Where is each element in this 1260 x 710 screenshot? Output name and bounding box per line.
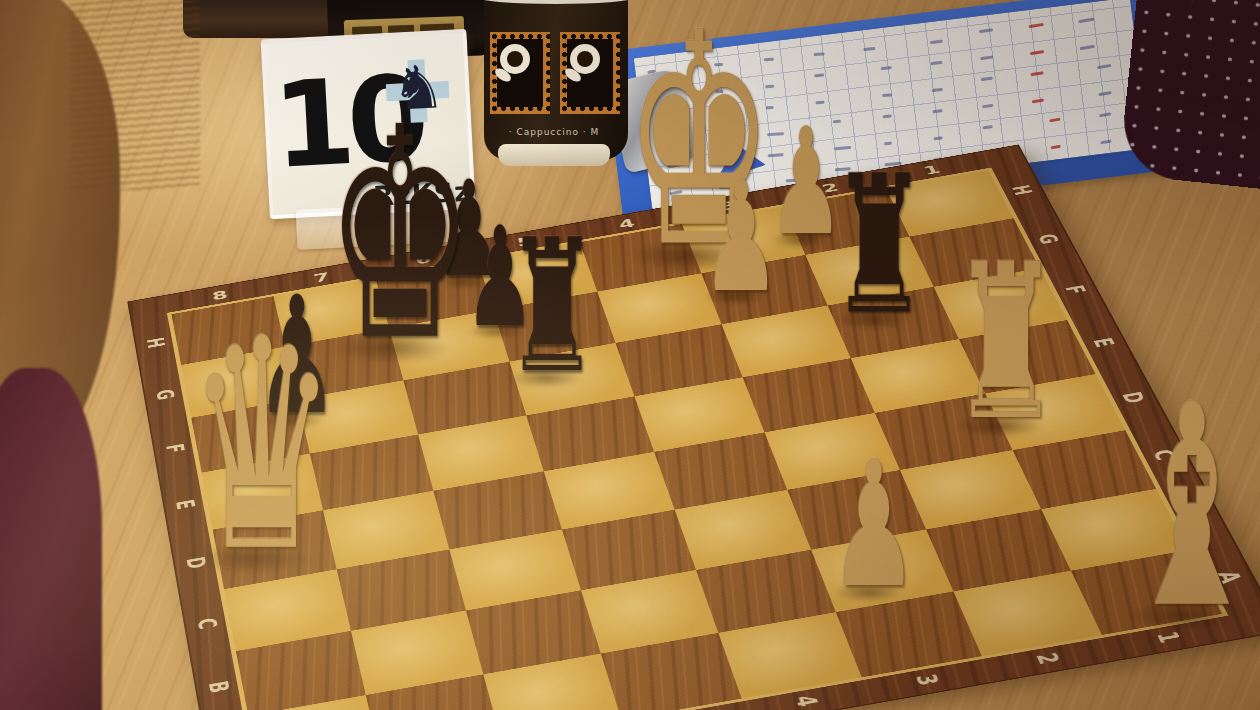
scoresheet-mark [863,47,875,51]
white-rook-e2: ♜ [923,284,1089,424]
scoresheet-mark [981,77,993,82]
scoresheet-mark [813,52,824,56]
scoresheet-mark [1030,50,1044,55]
scoresheet-mark [934,136,943,140]
scoresheet-mark [1099,112,1111,117]
near-rank-label-2: 2 [1023,644,1072,673]
near-rank-label-4: 4 [782,687,829,710]
scoresheet-mark [932,88,943,92]
tournament-photo: 10 ✚ ♞ RzKSz · Cappuccino · M [0,0,1260,710]
scoresheet-mark [881,66,892,70]
black-rook-f5: ♜ [481,256,623,376]
scoresheet-mark [979,28,993,33]
scoresheet-mark [1098,91,1111,96]
right-file-label-H: H [1001,179,1043,201]
white-queen-d8: ♛ [149,366,374,556]
scoresheet-mark [883,114,892,118]
scoresheet-mark [1100,139,1111,144]
cup-coffee-panel-left [490,32,550,114]
scoresheet-mark [1097,64,1111,69]
left-file-label-B: B [198,673,240,701]
left-file-label-H: H [137,332,174,354]
hair-wisps [70,0,200,190]
scoresheet-mark [1080,45,1095,51]
scoresheet-mark [930,40,943,45]
scoresheet-mark [882,93,892,97]
white-pawn-b4: ♟ [807,477,941,591]
scoresheet-mark [1078,18,1094,24]
scoresheet-mark [982,104,993,109]
scoresheet-mark [1049,118,1060,123]
scoresheet-mark [1030,71,1043,76]
scoresheet-mark [1029,23,1044,28]
white-bishop-a2: ♝ [1084,431,1260,613]
scoresheet-mark [814,73,824,77]
opponent-sleeve [1118,0,1260,189]
white-pawn-g3: ♟ [682,195,800,295]
scoresheet-mark [983,125,993,129]
scoresheet-mark [1032,98,1044,103]
near-rank-label-3: 3 [903,666,951,695]
player-sleeve [0,368,102,710]
scoresheet-mark [930,61,942,65]
scoresheet-mark [1050,145,1060,150]
scoresheet-mark [932,109,942,113]
scoresheet-mark [980,55,993,60]
